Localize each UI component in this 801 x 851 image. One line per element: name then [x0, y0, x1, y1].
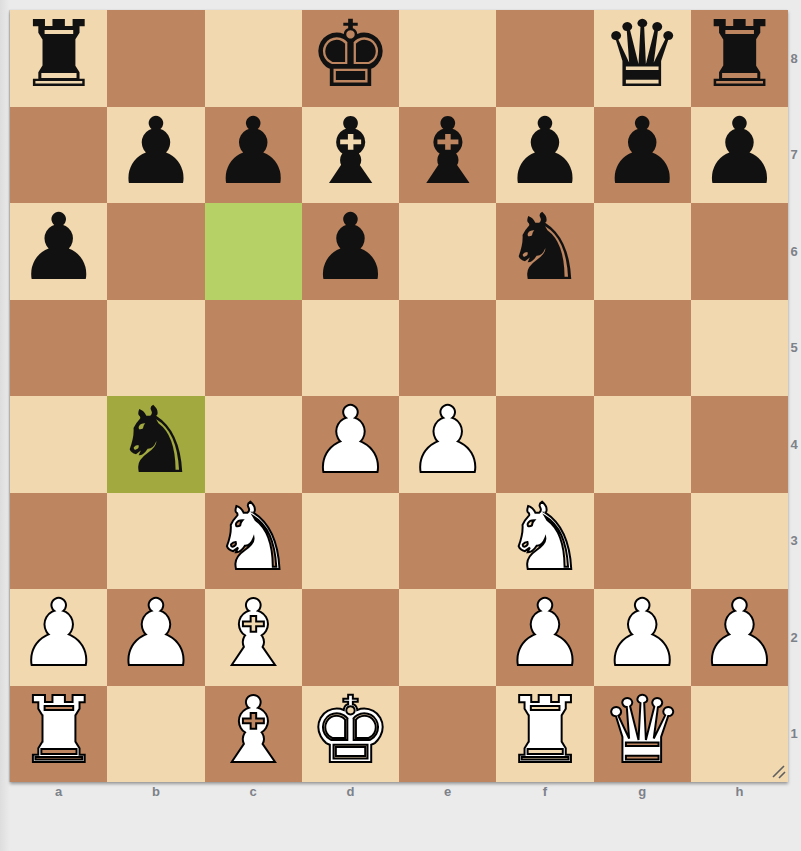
square-g7[interactable]: ♟: [594, 107, 691, 204]
square-h2[interactable]: ♟: [691, 589, 788, 686]
black-bishop[interactable]: ♝: [406, 107, 488, 198]
square-e7[interactable]: ♝: [399, 107, 496, 204]
square-c5[interactable]: [205, 300, 302, 397]
white-knight[interactable]: ♞: [212, 493, 294, 584]
square-a7[interactable]: [10, 107, 107, 204]
square-f3[interactable]: ♞: [496, 493, 593, 590]
square-h5[interactable]: [691, 300, 788, 397]
black-pawn[interactable]: ♟: [504, 107, 586, 198]
square-g1[interactable]: ♛: [594, 686, 691, 783]
black-pawn[interactable]: ♟: [115, 107, 197, 198]
square-d2[interactable]: [302, 589, 399, 686]
black-pawn[interactable]: ♟: [17, 203, 99, 294]
white-bishop[interactable]: ♝: [212, 589, 294, 680]
fen-bar: FEN: [0, 800, 801, 851]
file-labels: a b c d e f g h: [10, 781, 788, 801]
rank-label-2: 2: [787, 589, 801, 686]
square-h6[interactable]: [691, 203, 788, 300]
file-label-g: g: [594, 781, 691, 801]
square-a1[interactable]: ♜: [10, 686, 107, 783]
square-d3[interactable]: [302, 493, 399, 590]
square-b7[interactable]: ♟: [107, 107, 204, 204]
white-rook[interactable]: ♜: [504, 686, 586, 777]
square-d7[interactable]: ♝: [302, 107, 399, 204]
square-g3[interactable]: [594, 493, 691, 590]
white-knight[interactable]: ♞: [504, 493, 586, 584]
black-pawn[interactable]: ♟: [698, 107, 780, 198]
white-pawn[interactable]: ♟: [504, 589, 586, 680]
square-f2[interactable]: ♟: [496, 589, 593, 686]
black-pawn[interactable]: ♟: [601, 107, 683, 198]
square-a8[interactable]: ♜: [10, 10, 107, 107]
square-f6[interactable]: ♞: [496, 203, 593, 300]
rank-label-6: 6: [787, 203, 801, 300]
square-e3[interactable]: [399, 493, 496, 590]
square-b2[interactable]: ♟: [107, 589, 204, 686]
square-h4[interactable]: [691, 396, 788, 493]
square-d5[interactable]: [302, 300, 399, 397]
square-h8[interactable]: ♜: [691, 10, 788, 107]
rank-label-4: 4: [787, 396, 801, 493]
white-pawn[interactable]: ♟: [115, 589, 197, 680]
square-c7[interactable]: ♟: [205, 107, 302, 204]
square-c3[interactable]: ♞: [205, 493, 302, 590]
file-label-a: a: [10, 781, 107, 801]
square-f8[interactable]: [496, 10, 593, 107]
square-e4[interactable]: ♟: [399, 396, 496, 493]
left-edge-shadow: [0, 0, 10, 851]
file-label-h: h: [691, 781, 788, 801]
white-king[interactable]: ♚: [309, 686, 391, 777]
square-f5[interactable]: [496, 300, 593, 397]
square-g5[interactable]: [594, 300, 691, 397]
rank-labels: 8 7 6 5 4 3 2 1: [787, 10, 801, 782]
square-b3[interactable]: [107, 493, 204, 590]
file-label-f: f: [496, 781, 593, 801]
square-g4[interactable]: [594, 396, 691, 493]
square-f7[interactable]: ♟: [496, 107, 593, 204]
white-pawn[interactable]: ♟: [17, 589, 99, 680]
square-d8[interactable]: ♚: [302, 10, 399, 107]
square-f4[interactable]: [496, 396, 593, 493]
white-queen[interactable]: ♛: [601, 686, 683, 777]
rank-label-3: 3: [787, 493, 801, 590]
square-g8[interactable]: ♛: [594, 10, 691, 107]
square-a4[interactable]: [10, 396, 107, 493]
square-b1[interactable]: [107, 686, 204, 783]
square-e2[interactable]: [399, 589, 496, 686]
rank-label-7: 7: [787, 107, 801, 204]
square-h3[interactable]: [691, 493, 788, 590]
white-pawn[interactable]: ♟: [406, 396, 488, 487]
black-queen[interactable]: ♛: [601, 10, 683, 101]
square-a6[interactable]: ♟: [10, 203, 107, 300]
file-label-e: e: [399, 781, 496, 801]
black-pawn[interactable]: ♟: [309, 203, 391, 294]
rank-label-1: 1: [787, 686, 801, 783]
file-label-c: c: [205, 781, 302, 801]
square-c2[interactable]: ♝: [205, 589, 302, 686]
black-knight[interactable]: ♞: [504, 203, 586, 294]
square-b8[interactable]: [107, 10, 204, 107]
file-label-b: b: [107, 781, 204, 801]
square-g2[interactable]: ♟: [594, 589, 691, 686]
file-label-d: d: [302, 781, 399, 801]
black-rook[interactable]: ♜: [17, 10, 99, 101]
black-knight[interactable]: ♞: [115, 396, 197, 487]
chess-board[interactable]: ♜♚♛♜♟♟♝♝♟♟♟♟♟♞♞♟♟♞♞♟♟♝♟♟♟♜♝♚♜♛: [10, 10, 788, 782]
square-d6[interactable]: ♟: [302, 203, 399, 300]
square-c4[interactable]: [205, 396, 302, 493]
white-pawn[interactable]: ♟: [601, 589, 683, 680]
square-e8[interactable]: [399, 10, 496, 107]
white-bishop[interactable]: ♝: [212, 686, 294, 777]
black-pawn[interactable]: ♟: [212, 107, 294, 198]
square-c1[interactable]: ♝: [205, 686, 302, 783]
black-king[interactable]: ♚: [309, 10, 391, 101]
square-h7[interactable]: ♟: [691, 107, 788, 204]
white-rook[interactable]: ♜: [17, 686, 99, 777]
square-a3[interactable]: [10, 493, 107, 590]
square-d4[interactable]: ♟: [302, 396, 399, 493]
square-c6[interactable]: [205, 203, 302, 300]
square-b5[interactable]: [107, 300, 204, 397]
square-e6[interactable]: [399, 203, 496, 300]
white-pawn[interactable]: ♟: [698, 589, 780, 680]
square-e5[interactable]: [399, 300, 496, 397]
square-b4[interactable]: ♞: [107, 396, 204, 493]
rank-label-8: 8: [787, 10, 801, 107]
square-c8[interactable]: [205, 10, 302, 107]
square-b6[interactable]: [107, 203, 204, 300]
square-f1[interactable]: ♜: [496, 686, 593, 783]
board-resize-handle-icon[interactable]: [769, 762, 787, 780]
square-d1[interactable]: ♚: [302, 686, 399, 783]
square-e1[interactable]: [399, 686, 496, 783]
square-a2[interactable]: ♟: [10, 589, 107, 686]
square-a5[interactable]: [10, 300, 107, 397]
black-rook[interactable]: ♜: [698, 10, 780, 101]
black-bishop[interactable]: ♝: [309, 107, 391, 198]
rank-label-5: 5: [787, 300, 801, 397]
square-g6[interactable]: [594, 203, 691, 300]
white-pawn[interactable]: ♟: [309, 396, 391, 487]
